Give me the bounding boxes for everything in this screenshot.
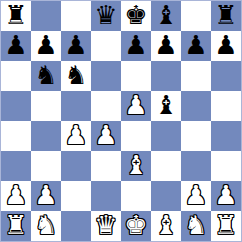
square-e4[interactable] bbox=[121, 121, 151, 151]
square-f5[interactable]: ♝ bbox=[151, 91, 181, 121]
piece-black-knight[interactable]: ♞ bbox=[64, 62, 87, 88]
square-h1[interactable]: ♜ bbox=[211, 211, 241, 241]
square-f8[interactable]: ♝ bbox=[151, 1, 181, 31]
piece-black-bishop[interactable]: ♝ bbox=[154, 2, 177, 28]
square-a1[interactable]: ♜ bbox=[1, 211, 31, 241]
square-c1[interactable] bbox=[61, 211, 91, 241]
piece-black-pawn[interactable]: ♟ bbox=[4, 32, 27, 58]
square-h3[interactable] bbox=[211, 151, 241, 181]
piece-black-pawn[interactable]: ♟ bbox=[214, 32, 237, 58]
square-b1[interactable]: ♞ bbox=[31, 211, 61, 241]
piece-white-knight[interactable]: ♞ bbox=[184, 212, 207, 238]
square-g5[interactable] bbox=[181, 91, 211, 121]
square-c5[interactable] bbox=[61, 91, 91, 121]
square-a3[interactable] bbox=[1, 151, 31, 181]
square-f2[interactable] bbox=[151, 181, 181, 211]
square-h5[interactable] bbox=[211, 91, 241, 121]
square-a8[interactable]: ♜ bbox=[1, 1, 31, 31]
piece-white-pawn[interactable]: ♟ bbox=[64, 122, 87, 148]
square-c8[interactable] bbox=[61, 1, 91, 31]
square-c2[interactable] bbox=[61, 181, 91, 211]
square-g6[interactable] bbox=[181, 61, 211, 91]
square-e8[interactable]: ♚ bbox=[121, 1, 151, 31]
square-g8[interactable] bbox=[181, 1, 211, 31]
square-d5[interactable] bbox=[91, 91, 121, 121]
square-a7[interactable]: ♟ bbox=[1, 31, 31, 61]
square-d3[interactable] bbox=[91, 151, 121, 181]
square-g2[interactable]: ♟ bbox=[181, 181, 211, 211]
square-h4[interactable] bbox=[211, 121, 241, 151]
square-g4[interactable] bbox=[181, 121, 211, 151]
piece-black-rook[interactable]: ♜ bbox=[4, 2, 27, 28]
piece-white-bishop[interactable]: ♝ bbox=[124, 152, 147, 178]
piece-black-pawn[interactable]: ♟ bbox=[34, 32, 57, 58]
piece-black-pawn[interactable]: ♟ bbox=[184, 32, 207, 58]
piece-black-queen[interactable]: ♛ bbox=[94, 2, 117, 28]
square-b8[interactable] bbox=[31, 1, 61, 31]
piece-black-pawn[interactable]: ♟ bbox=[124, 32, 147, 58]
square-e5[interactable]: ♟ bbox=[121, 91, 151, 121]
piece-black-knight[interactable]: ♞ bbox=[34, 62, 57, 88]
piece-black-king[interactable]: ♚ bbox=[124, 2, 147, 28]
square-b2[interactable]: ♟ bbox=[31, 181, 61, 211]
piece-white-king[interactable]: ♚ bbox=[124, 212, 147, 238]
square-f1[interactable]: ♝ bbox=[151, 211, 181, 241]
square-a2[interactable]: ♟ bbox=[1, 181, 31, 211]
square-c7[interactable]: ♟ bbox=[61, 31, 91, 61]
square-h6[interactable] bbox=[211, 61, 241, 91]
piece-white-rook[interactable]: ♜ bbox=[4, 212, 27, 238]
square-e1[interactable]: ♚ bbox=[121, 211, 151, 241]
square-f6[interactable] bbox=[151, 61, 181, 91]
square-e2[interactable] bbox=[121, 181, 151, 211]
chess-board: ♜♛♚♝♜♟♟♟♟♟♟♟♞♞♟♝♟♟♝♟♟♟♟♜♞♛♚♝♞♜ bbox=[0, 0, 242, 242]
square-b6[interactable]: ♞ bbox=[31, 61, 61, 91]
square-g3[interactable] bbox=[181, 151, 211, 181]
square-e3[interactable]: ♝ bbox=[121, 151, 151, 181]
piece-white-pawn[interactable]: ♟ bbox=[4, 182, 27, 208]
square-a6[interactable] bbox=[1, 61, 31, 91]
square-b5[interactable] bbox=[31, 91, 61, 121]
square-d7[interactable] bbox=[91, 31, 121, 61]
piece-white-pawn[interactable]: ♟ bbox=[214, 182, 237, 208]
square-a4[interactable] bbox=[1, 121, 31, 151]
square-b4[interactable] bbox=[31, 121, 61, 151]
piece-white-pawn[interactable]: ♟ bbox=[184, 182, 207, 208]
square-c3[interactable] bbox=[61, 151, 91, 181]
square-h8[interactable]: ♜ bbox=[211, 1, 241, 31]
square-f7[interactable]: ♟ bbox=[151, 31, 181, 61]
piece-black-pawn[interactable]: ♟ bbox=[64, 32, 87, 58]
square-e7[interactable]: ♟ bbox=[121, 31, 151, 61]
square-e6[interactable] bbox=[121, 61, 151, 91]
square-b3[interactable] bbox=[31, 151, 61, 181]
square-a5[interactable] bbox=[1, 91, 31, 121]
piece-black-pawn[interactable]: ♟ bbox=[154, 32, 177, 58]
square-g7[interactable]: ♟ bbox=[181, 31, 211, 61]
square-c4[interactable]: ♟ bbox=[61, 121, 91, 151]
square-h7[interactable]: ♟ bbox=[211, 31, 241, 61]
piece-white-pawn[interactable]: ♟ bbox=[34, 182, 57, 208]
square-h2[interactable]: ♟ bbox=[211, 181, 241, 211]
piece-white-pawn[interactable]: ♟ bbox=[94, 122, 117, 148]
piece-white-rook[interactable]: ♜ bbox=[214, 212, 237, 238]
piece-white-bishop[interactable]: ♝ bbox=[154, 212, 177, 238]
piece-black-bishop[interactable]: ♝ bbox=[154, 92, 177, 118]
square-d2[interactable] bbox=[91, 181, 121, 211]
square-f4[interactable] bbox=[151, 121, 181, 151]
square-d8[interactable]: ♛ bbox=[91, 1, 121, 31]
square-c6[interactable]: ♞ bbox=[61, 61, 91, 91]
piece-white-queen[interactable]: ♛ bbox=[94, 212, 117, 238]
square-d1[interactable]: ♛ bbox=[91, 211, 121, 241]
square-d4[interactable]: ♟ bbox=[91, 121, 121, 151]
piece-white-knight[interactable]: ♞ bbox=[34, 212, 57, 238]
square-d6[interactable] bbox=[91, 61, 121, 91]
square-b7[interactable]: ♟ bbox=[31, 31, 61, 61]
square-f3[interactable] bbox=[151, 151, 181, 181]
piece-white-pawn[interactable]: ♟ bbox=[124, 92, 147, 118]
square-g1[interactable]: ♞ bbox=[181, 211, 211, 241]
piece-black-rook[interactable]: ♜ bbox=[214, 2, 237, 28]
